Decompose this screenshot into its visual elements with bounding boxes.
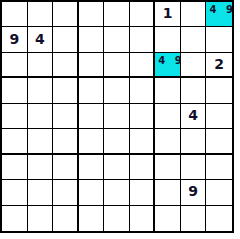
cell-r5c9[interactable]	[206, 104, 232, 129]
cell-r1c2[interactable]	[28, 2, 54, 27]
cell-r8c4[interactable]	[79, 180, 105, 205]
cell-r5c7[interactable]	[155, 104, 181, 129]
cell-r3c3[interactable]	[53, 53, 79, 78]
cell-r1c7[interactable]: 1	[155, 2, 181, 27]
cell-r2c7[interactable]	[155, 27, 181, 52]
cell-r6c7[interactable]	[155, 129, 181, 154]
cell-r3c5[interactable]	[104, 53, 130, 78]
cell-r3c9[interactable]: 2	[206, 53, 232, 78]
cell-r3c4[interactable]	[79, 53, 105, 78]
cell-r7c3[interactable]	[53, 155, 79, 180]
cell-r9c2[interactable]	[28, 206, 54, 231]
cell-r1c1[interactable]	[2, 2, 28, 27]
cell-r7c5[interactable]	[104, 155, 130, 180]
cell-r4c4[interactable]	[79, 78, 105, 103]
cell-r7c6[interactable]	[130, 155, 156, 180]
cell-r5c1[interactable]	[2, 104, 28, 129]
cell-r7c2[interactable]	[28, 155, 54, 180]
cell-r8c7[interactable]	[155, 180, 181, 205]
cell-r4c8[interactable]	[181, 78, 207, 103]
cell-r4c6[interactable]	[130, 78, 156, 103]
cell-r9c6[interactable]	[130, 206, 156, 231]
cell-r2c8[interactable]	[181, 27, 207, 52]
cell-r4c7[interactable]	[155, 78, 181, 103]
cell-r6c9[interactable]	[206, 129, 232, 154]
cell-r5c2[interactable]	[28, 104, 54, 129]
cell-r2c1[interactable]: 9	[2, 27, 28, 52]
pencil-marks: 4 9	[209, 5, 235, 15]
cell-r1c6[interactable]	[130, 2, 156, 27]
given-digit: 1	[163, 6, 173, 20]
cell-r3c6[interactable]	[130, 53, 156, 78]
cell-r7c9[interactable]	[206, 155, 232, 180]
cell-r2c9[interactable]	[206, 27, 232, 52]
cell-r8c3[interactable]	[53, 180, 79, 205]
cell-r5c6[interactable]	[130, 104, 156, 129]
cell-r7c4[interactable]	[79, 155, 105, 180]
cell-r2c5[interactable]	[104, 27, 130, 52]
cell-r7c1[interactable]	[2, 155, 28, 180]
cell-r8c2[interactable]	[28, 180, 54, 205]
cell-r4c9[interactable]	[206, 78, 232, 103]
cell-r6c1[interactable]	[2, 129, 28, 154]
cell-r8c1[interactable]	[2, 180, 28, 205]
cell-r1c8[interactable]	[181, 2, 207, 27]
cell-r4c1[interactable]	[2, 78, 28, 103]
given-digit: 9	[188, 184, 198, 198]
cell-r3c8[interactable]	[181, 53, 207, 78]
cell-r9c8[interactable]	[181, 206, 207, 231]
cell-r1c5[interactable]	[104, 2, 130, 27]
cell-r5c8[interactable]: 4	[181, 104, 207, 129]
cell-r7c8[interactable]	[181, 155, 207, 180]
cell-r6c6[interactable]	[130, 129, 156, 154]
given-digit: 4	[188, 108, 198, 122]
cell-r4c5[interactable]	[104, 78, 130, 103]
cell-r9c7[interactable]	[155, 206, 181, 231]
cell-r5c4[interactable]	[79, 104, 105, 129]
cell-r5c3[interactable]	[53, 104, 79, 129]
cell-r2c6[interactable]	[130, 27, 156, 52]
sudoku-grid: 14 9944 9249	[0, 0, 234, 233]
cell-r8c8[interactable]: 9	[181, 180, 207, 205]
cell-r9c4[interactable]	[79, 206, 105, 231]
cell-r9c3[interactable]	[53, 206, 79, 231]
cell-r4c2[interactable]	[28, 78, 54, 103]
cell-r2c3[interactable]	[53, 27, 79, 52]
cell-r5c5[interactable]	[104, 104, 130, 129]
cell-r3c1[interactable]	[2, 53, 28, 78]
given-digit: 2	[214, 57, 224, 71]
cell-r9c5[interactable]	[104, 206, 130, 231]
cell-r9c9[interactable]	[206, 206, 232, 231]
cell-r3c7[interactable]: 4 9	[155, 53, 181, 78]
cell-r1c9[interactable]: 4 9	[206, 2, 232, 27]
cell-r3c2[interactable]	[28, 53, 54, 78]
given-digit: 9	[9, 32, 19, 46]
cell-r7c7[interactable]	[155, 155, 181, 180]
cell-r1c4[interactable]	[79, 2, 105, 27]
cell-r4c3[interactable]	[53, 78, 79, 103]
cell-r2c2[interactable]: 4	[28, 27, 54, 52]
cell-r2c4[interactable]	[79, 27, 105, 52]
cell-r6c8[interactable]	[181, 129, 207, 154]
cell-r6c5[interactable]	[104, 129, 130, 154]
cell-r8c5[interactable]	[104, 180, 130, 205]
cell-r6c4[interactable]	[79, 129, 105, 154]
cell-r6c3[interactable]	[53, 129, 79, 154]
cell-r9c1[interactable]	[2, 206, 28, 231]
cell-r6c2[interactable]	[28, 129, 54, 154]
cell-r1c3[interactable]	[53, 2, 79, 27]
cell-r8c9[interactable]	[206, 180, 232, 205]
given-digit: 4	[35, 32, 45, 46]
cell-r8c6[interactable]	[130, 180, 156, 205]
